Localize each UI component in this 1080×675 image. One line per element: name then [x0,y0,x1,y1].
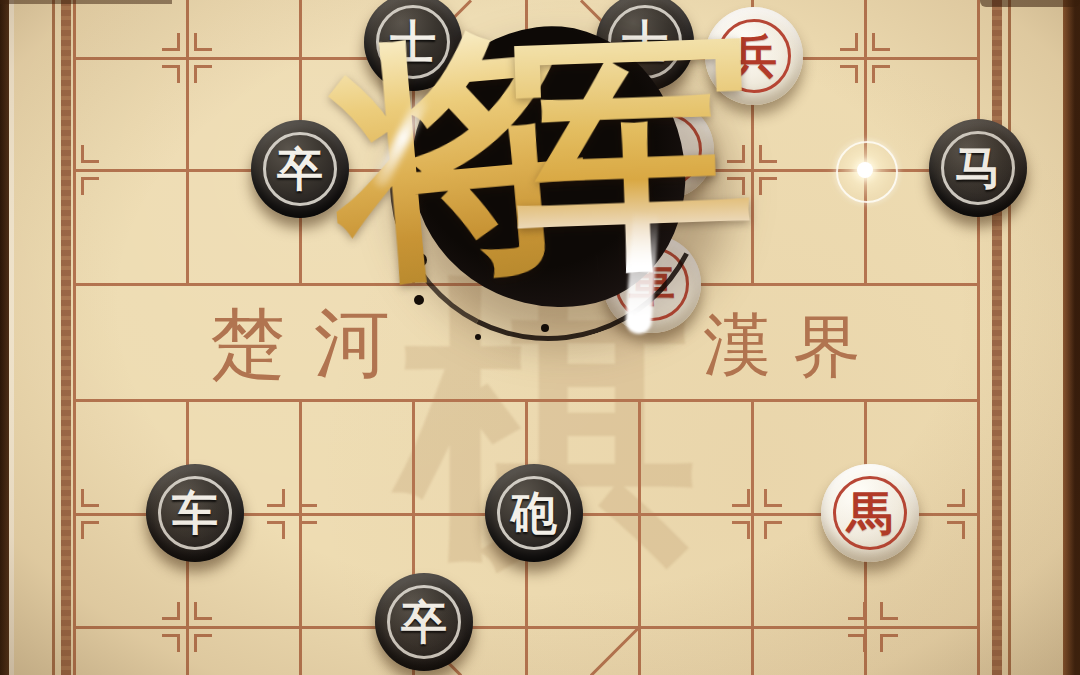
position-marker-corner [759,145,777,163]
position-marker-corner [848,602,866,620]
piece-face: 車 [603,235,701,333]
position-marker-corner [194,602,212,620]
position-marker-corner [880,634,898,652]
position-marker-corner [840,33,858,51]
grid-line [525,0,528,286]
piece-face: 卒 [375,573,473,671]
grid-line [751,399,754,675]
position-marker-corner [162,33,180,51]
position-marker-corner [81,521,99,539]
piece-glyph: 车 [172,490,218,536]
piece-glyph: 卒 [401,599,447,645]
piece-black-soldier-right[interactable]: 卒 [375,573,473,671]
piece-black-horse[interactable]: 马 [929,119,1027,217]
piece-face: 兵 [705,7,803,105]
piece-black-cannon[interactable]: 砲 [485,464,583,562]
grid-line [638,399,641,675]
river-label-jie: 界 [793,302,861,393]
position-marker-corner [764,489,782,507]
piece-glyph: 馬 [847,490,893,536]
position-marker-corner [267,489,285,507]
piece-glyph: 卒 [277,146,323,192]
piece-face: 卒 [251,120,349,218]
piece-glyph: 士 [622,19,668,65]
position-marker-corner [194,33,212,51]
table-wood-edge-highlight [9,0,14,675]
position-marker-corner [880,602,898,620]
piece-black-chariot[interactable]: 车 [146,464,244,562]
piece-red-piece-hidden[interactable] [616,101,714,199]
piece-red-soldier[interactable]: 兵 [705,7,803,105]
position-marker-corner [194,634,212,652]
river-label-chu: 楚 [210,294,286,397]
top-edge-shadow [980,0,1080,7]
position-marker-corner [848,634,866,652]
board-frame-line [992,0,1002,675]
position-marker-corner [840,65,858,83]
grid-line [186,0,189,286]
position-marker-corner [732,489,750,507]
piece-face: 馬 [821,464,919,562]
position-marker-corner [162,65,180,83]
position-marker-corner [299,521,317,539]
piece-face: 砲 [485,464,583,562]
grid-line [73,0,76,675]
piece-glyph: 兵 [731,33,777,79]
piece-glyph: 砲 [511,490,557,536]
board-frame-line [61,0,71,675]
position-marker-corner [727,145,745,163]
grid-line [977,0,980,675]
position-marker-corner [267,521,285,539]
board-frame-line [1008,0,1011,675]
position-marker-corner [872,33,890,51]
piece-face: 车 [146,464,244,562]
position-marker-corner [81,177,99,195]
position-marker-corner [194,65,212,83]
position-marker-corner [81,145,99,163]
table-wood-edge [1063,0,1080,675]
position-marker-corner [764,521,782,539]
piece-glyph: 马 [955,145,1001,191]
river-label-han: 漢 [703,300,771,391]
piece-ring [628,113,702,187]
position-marker-corner [299,489,317,507]
piece-glyph: 車 [629,261,675,307]
position-marker-corner [162,634,180,652]
piece-face [616,101,714,199]
board-frame-line [52,0,55,675]
piece-red-horse[interactable]: 馬 [821,464,919,562]
position-marker-corner [947,521,965,539]
river-label-he: 河 [314,293,390,396]
top-edge-shadow [0,0,172,4]
position-marker-corner [732,521,750,539]
position-marker-corner [947,489,965,507]
position-marker-corner [872,65,890,83]
position-marker-corner [759,177,777,195]
piece-black-soldier-left[interactable]: 卒 [251,120,349,218]
piece-red-chariot[interactable]: 車 [603,235,701,333]
position-marker-corner [727,177,745,195]
xiangqi-game-screen: 棋 楚 河 漢 界 士士兵卒马車车砲馬卒 将 军 [0,0,1080,675]
table-wood-edge [0,0,9,675]
position-marker-corner [162,602,180,620]
piece-face: 马 [929,119,1027,217]
move-indicator-dot [857,162,873,178]
piece-glyph: 士 [390,19,436,65]
position-marker-corner [81,489,99,507]
